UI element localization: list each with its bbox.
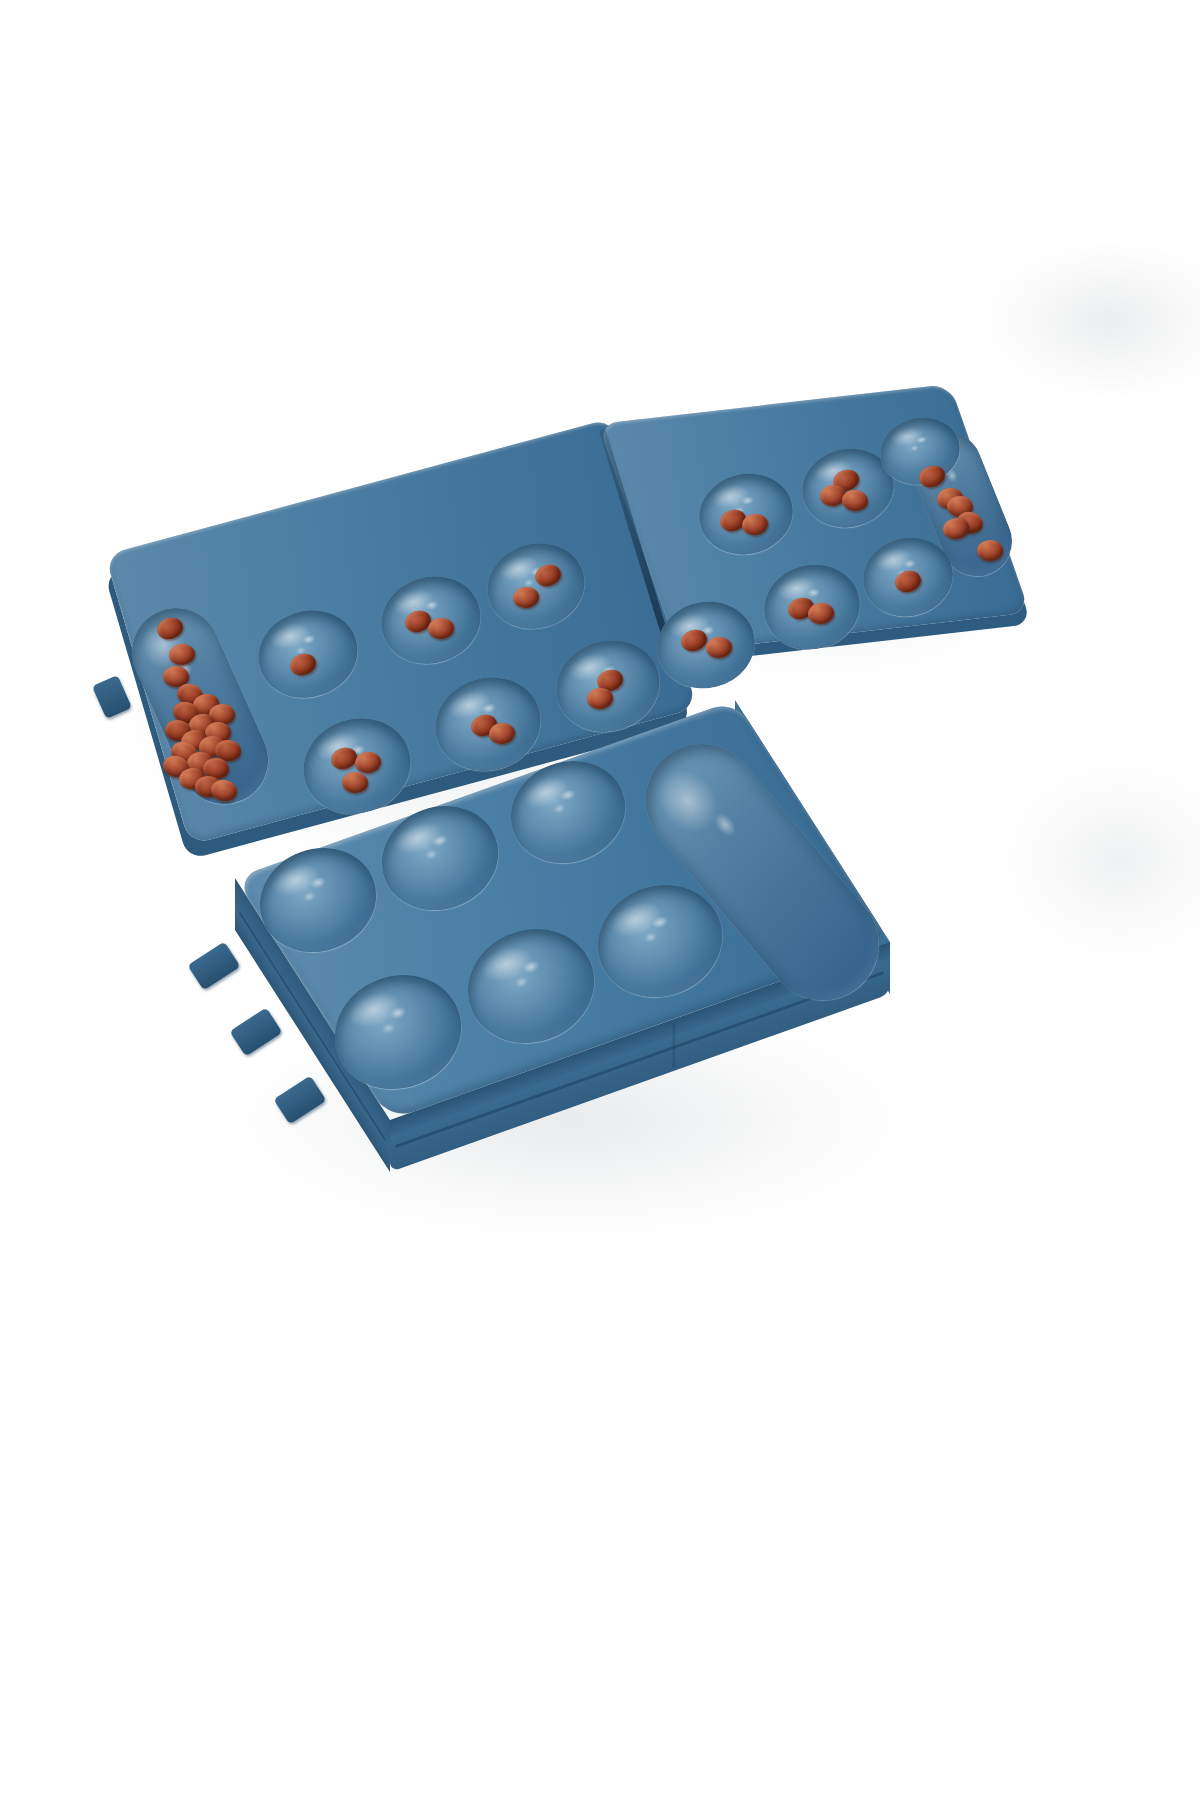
hinge-tab-1 — [187, 941, 240, 990]
mold-seam-line — [672, 1022, 675, 1067]
mancala-product-photo — [0, 0, 1200, 1800]
seed — [977, 539, 1003, 560]
hinge-tab-2 — [229, 1007, 282, 1056]
background-smudge — [1000, 760, 1200, 960]
background-smudge — [980, 240, 1200, 400]
